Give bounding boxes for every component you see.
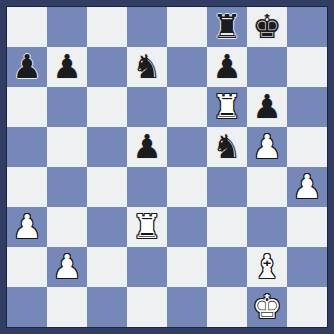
square-b3[interactable] <box>47 207 87 247</box>
square-d7[interactable]: ♞ <box>127 47 167 87</box>
black-knight-f5: ♞ <box>212 130 242 163</box>
black-pawn-d5: ♟ <box>132 130 162 163</box>
square-a5[interactable] <box>7 127 47 167</box>
square-d1[interactable] <box>127 287 167 327</box>
square-h2[interactable] <box>287 247 327 287</box>
square-e1[interactable] <box>167 287 207 327</box>
square-c2[interactable] <box>87 247 127 287</box>
square-c8[interactable] <box>87 7 127 47</box>
square-e7[interactable] <box>167 47 207 87</box>
square-c5[interactable] <box>87 127 127 167</box>
square-g7[interactable] <box>247 47 287 87</box>
square-e3[interactable] <box>167 207 207 247</box>
square-e8[interactable] <box>167 7 207 47</box>
square-d4[interactable] <box>127 167 167 207</box>
black-king-g8: ♚ <box>252 10 282 43</box>
square-g3[interactable] <box>247 207 287 247</box>
square-f4[interactable] <box>207 167 247 207</box>
white-king-g1: ♚ <box>252 290 282 323</box>
square-a3[interactable]: ♟ <box>7 207 47 247</box>
square-f6[interactable]: ♜ <box>207 87 247 127</box>
square-h7[interactable] <box>287 47 327 87</box>
black-pawn-b7: ♟ <box>52 50 82 83</box>
square-d5[interactable]: ♟ <box>127 127 167 167</box>
square-f5[interactable]: ♞ <box>207 127 247 167</box>
black-pawn-g6: ♟ <box>252 90 282 123</box>
square-a4[interactable] <box>7 167 47 207</box>
square-g2[interactable]: ♝ <box>247 247 287 287</box>
square-d6[interactable] <box>127 87 167 127</box>
square-h5[interactable] <box>287 127 327 167</box>
square-b4[interactable] <box>47 167 87 207</box>
square-d2[interactable] <box>127 247 167 287</box>
square-d3[interactable]: ♜ <box>127 207 167 247</box>
square-g4[interactable] <box>247 167 287 207</box>
square-b5[interactable] <box>47 127 87 167</box>
square-c1[interactable] <box>87 287 127 327</box>
white-rook-d3: ♜ <box>132 210 162 243</box>
square-h1[interactable] <box>287 287 327 327</box>
square-c6[interactable] <box>87 87 127 127</box>
square-e6[interactable] <box>167 87 207 127</box>
board-frame: ♜♚♟♟♞♟♜♟♟♞♟♟♟♜♟♝♚ <box>0 0 334 334</box>
square-d8[interactable] <box>127 7 167 47</box>
square-b1[interactable] <box>47 287 87 327</box>
square-c7[interactable] <box>87 47 127 87</box>
white-pawn-h4: ♟ <box>292 170 322 203</box>
square-f2[interactable] <box>207 247 247 287</box>
black-rook-f8: ♜ <box>212 10 242 43</box>
square-b2[interactable]: ♟ <box>47 247 87 287</box>
square-h3[interactable] <box>287 207 327 247</box>
square-h6[interactable] <box>287 87 327 127</box>
square-a1[interactable] <box>7 287 47 327</box>
square-f3[interactable] <box>207 207 247 247</box>
square-b6[interactable] <box>47 87 87 127</box>
square-e2[interactable] <box>167 247 207 287</box>
black-pawn-f7: ♟ <box>212 50 242 83</box>
white-pawn-a3: ♟ <box>12 210 42 243</box>
square-f1[interactable] <box>207 287 247 327</box>
square-g8[interactable]: ♚ <box>247 7 287 47</box>
square-g1[interactable]: ♚ <box>247 287 287 327</box>
square-f8[interactable]: ♜ <box>207 7 247 47</box>
white-pawn-g5: ♟ <box>252 130 282 163</box>
white-pawn-b2: ♟ <box>52 250 82 283</box>
square-e5[interactable] <box>167 127 207 167</box>
square-c4[interactable] <box>87 167 127 207</box>
square-a8[interactable] <box>7 7 47 47</box>
square-b7[interactable]: ♟ <box>47 47 87 87</box>
square-a6[interactable] <box>7 87 47 127</box>
square-f7[interactable]: ♟ <box>207 47 247 87</box>
square-h8[interactable] <box>287 7 327 47</box>
black-knight-d7: ♞ <box>132 50 162 83</box>
square-g5[interactable]: ♟ <box>247 127 287 167</box>
black-pawn-a7: ♟ <box>12 50 42 83</box>
white-rook-f6: ♜ <box>212 90 242 123</box>
square-g6[interactable]: ♟ <box>247 87 287 127</box>
white-bishop-g2: ♝ <box>252 250 282 283</box>
square-h4[interactable]: ♟ <box>287 167 327 207</box>
square-e4[interactable] <box>167 167 207 207</box>
chess-board: ♜♚♟♟♞♟♜♟♟♞♟♟♟♜♟♝♚ <box>7 7 327 327</box>
square-b8[interactable] <box>47 7 87 47</box>
square-a7[interactable]: ♟ <box>7 47 47 87</box>
square-a2[interactable] <box>7 247 47 287</box>
square-c3[interactable] <box>87 207 127 247</box>
